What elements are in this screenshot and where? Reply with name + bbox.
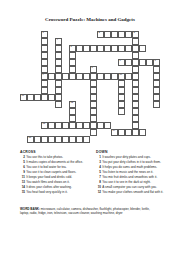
cell-number: 8 [92,67,93,69]
crossword-cell[interactable]: 9 [41,73,48,80]
down-clue-list: 1It washes your dirty plates and cups.3Y… [96,156,168,194]
crossword-cell[interactable] [97,122,104,129]
crossword-cell[interactable] [48,136,55,143]
crossword-cell[interactable]: 1 [41,31,48,38]
crossword-cell[interactable] [118,80,125,87]
cell-number: 7 [155,60,156,62]
crossword-cell[interactable]: 2 [97,31,104,38]
crossword-cell[interactable] [104,122,111,129]
crossword-cell[interactable] [125,31,132,38]
crossword-cell[interactable]: 12 [69,101,76,108]
clue-text: You watch films and shows on it. [26,181,90,185]
crossword-cell[interactable] [111,45,118,52]
crossword-cell[interactable] [55,94,62,101]
crossword-cell[interactable] [83,122,90,129]
crossword-cell[interactable] [125,73,132,80]
crossword-cell[interactable] [90,115,97,122]
cell-number: 12 [71,102,74,104]
crossword-cell[interactable] [69,59,76,66]
worksheet-page: Crossword Puzzle: Machines and Gadgets 1… [0,0,180,256]
crossword-cell[interactable]: 10 [118,73,125,80]
crossword-cell[interactable] [55,52,62,59]
crossword-cell[interactable] [111,73,118,80]
crossword-cell[interactable] [125,45,132,52]
crossword-cell[interactable] [69,108,76,115]
crossword-cell[interactable] [55,87,62,94]
crossword-cell[interactable] [90,80,97,87]
clue-item: 15You heat food very quickly in it. [20,191,90,195]
across-clues-section: ACROSS 2You use this to take photos.5It … [20,150,90,196]
crossword-cell[interactable] [132,80,139,87]
crossword-cell[interactable] [34,136,41,143]
cell-number: 5 [71,46,72,48]
crossword-cell[interactable] [90,45,97,52]
crossword-cell[interactable] [69,122,76,129]
crossword-cell[interactable] [69,136,76,143]
crossword-cell[interactable] [41,66,48,73]
crossword-cell[interactable] [55,101,62,108]
crossword-cell[interactable] [104,45,111,52]
crossword-cell[interactable] [55,66,62,73]
crossword-cell[interactable] [132,108,139,115]
clue-item: 7You mix fruit drinks and smoothies with… [96,176,168,180]
crossword-cell[interactable] [97,73,104,80]
crossword-cell[interactable] [62,136,69,143]
clue-text: It dries your clothes after washing. [26,186,90,190]
crossword-cell[interactable] [104,31,111,38]
clue-item: 12You make your clothes smooth and flat … [96,191,168,195]
crossword-cell[interactable] [69,66,76,73]
crossword-cell[interactable] [41,38,48,45]
word-bank-words: microwave, calculator, camera, dishwashe… [20,207,150,215]
page-title: Crossword Puzzle: Machines and Gadgets [0,17,180,23]
crossword-cell[interactable] [132,94,139,101]
crossword-cell[interactable] [118,87,125,94]
crossword-cell[interactable] [132,129,139,136]
crossword-cell[interactable] [118,129,125,136]
clue-text: It keeps your food and drinks cold. [26,176,90,180]
crossword-cell[interactable] [90,87,97,94]
cell-number: 15 [29,137,32,139]
crossword-cell[interactable] [41,136,48,143]
crossword-cell[interactable]: 13 [41,122,48,129]
clue-item: 5You listen to music and the news on it. [96,171,168,175]
crossword-cell[interactable] [55,136,62,143]
clue-item: 10A small computer you can carry with yo… [96,186,168,190]
clue-text: You listen to music and the news on it. [102,171,168,175]
cell-number: 11 [22,95,24,97]
crossword-cell[interactable] [55,122,62,129]
crossword-cell[interactable] [132,38,139,45]
crossword-cell[interactable] [69,115,76,122]
crossword-cell[interactable]: 15 [27,136,34,143]
crossword-cell[interactable] [55,59,62,66]
crossword-cell[interactable] [132,115,139,122]
crossword-cell[interactable] [153,66,160,73]
crossword-cell[interactable] [69,52,76,59]
crossword-cell[interactable] [48,73,55,80]
crossword-cell[interactable]: 3 [132,31,139,38]
crossword-cell[interactable] [76,122,83,129]
crossword-cell[interactable] [41,80,48,87]
crossword-cell[interactable] [41,59,48,66]
across-clue-list: 2You use this to take photos.5It makes c… [20,156,90,194]
crossword-cell[interactable] [118,101,125,108]
crossword-cell[interactable] [83,73,90,80]
crossword-cell[interactable] [118,94,125,101]
crossword-cell[interactable] [97,45,104,52]
crossword-cell[interactable] [41,87,48,94]
cell-number: 1 [43,32,44,34]
crossword-cell[interactable] [139,59,146,66]
crossword-cell[interactable] [48,94,55,101]
crossword-cell[interactable] [132,101,139,108]
crossword-cell[interactable] [41,94,48,101]
crossword-cell[interactable] [90,94,97,101]
crossword-cell[interactable]: 6 [118,59,125,66]
crossword-cell[interactable] [48,122,55,129]
cell-number: 2 [99,32,100,34]
crossword-grid: 123456789101112131415 [20,31,167,143]
clue-text: You use it to see in the dark at night. [102,181,168,185]
crossword-cell[interactable] [132,122,139,129]
crossword-cell[interactable] [153,101,160,108]
crossword-cell[interactable] [90,129,97,136]
crossword-cell[interactable] [90,73,97,80]
crossword-cell[interactable] [76,73,83,80]
down-header: DOWN [96,150,168,154]
crossword-cell[interactable] [41,52,48,59]
crossword-cell[interactable] [55,45,62,52]
crossword-cell[interactable] [125,129,132,136]
down-clues-section: DOWN 1It washes your dirty plates and cu… [96,150,168,196]
crossword-cell[interactable] [27,94,34,101]
cell-number: 10 [120,74,123,76]
clue-text: You heat food very quickly in it. [26,191,90,195]
cell-number: 9 [43,74,44,76]
crossword-cell[interactable] [55,80,62,87]
cell-number: 4 [57,39,58,41]
crossword-cell[interactable]: 8 [90,66,97,73]
crossword-cell[interactable] [69,73,76,80]
crossword-cell[interactable] [104,73,111,80]
crossword-cell[interactable] [76,45,83,52]
crossword-cell[interactable] [62,73,69,80]
crossword-cell[interactable] [90,108,97,115]
clue-text: You mix fruit drinks and smoothies with … [102,176,168,180]
cell-number: 14 [113,130,116,132]
crossword-cell[interactable] [132,59,139,66]
crossword-cell[interactable] [132,73,139,80]
cell-number: 13 [43,123,46,125]
crossword-cell[interactable] [132,45,139,52]
crossword-cell[interactable] [83,45,90,52]
crossword-cell[interactable]: 14 [111,129,118,136]
crossword-cell[interactable] [139,45,146,52]
crossword-cell[interactable] [118,31,125,38]
crossword-cell[interactable] [153,73,160,80]
crossword-cell[interactable]: 11 [20,94,27,101]
cell-number: 3 [134,32,135,34]
crossword-cell[interactable]: 5 [69,45,76,52]
crossword-cell[interactable] [62,122,69,129]
crossword-cell[interactable] [153,80,160,87]
crossword-cell[interactable] [83,136,90,143]
crossword-cell[interactable] [41,45,48,52]
clue-item: 14It dries your clothes after washing. [20,186,90,190]
cell-number: 6 [120,60,121,62]
crossword-cell[interactable] [146,59,153,66]
crossword-cell[interactable] [132,66,139,73]
crossword-cell[interactable] [34,94,41,101]
crossword-cell[interactable] [76,136,83,143]
crossword-cell[interactable] [153,94,160,101]
crossword-cell[interactable] [125,59,132,66]
crossword-cell[interactable] [118,108,125,115]
clue-text: You use it to clean carpets and floors. [26,171,90,175]
crossword-cell[interactable] [55,73,62,80]
clue-item: 11It keeps your food and drinks cold. [20,176,90,180]
crossword-cell[interactable] [90,101,97,108]
crossword-cell[interactable] [132,87,139,94]
clue-text: A small computer you can carry with you. [102,186,168,190]
crossword-cell[interactable] [111,31,118,38]
crossword-cell[interactable] [118,45,125,52]
crossword-cell[interactable]: 7 [153,59,160,66]
crossword-cell[interactable] [139,129,146,136]
crossword-cell[interactable] [153,87,160,94]
word-bank: WORD BANK: microwave, calculator, camera… [20,207,154,215]
crossword-cell[interactable] [90,122,97,129]
clue-text: You make your clothes smooth and flat wi… [102,191,168,195]
crossword-cell[interactable]: 4 [55,38,62,45]
clue-item: 13You watch films and shows on it. [20,181,90,185]
clue-item: 8You use it to see in the dark at night. [96,181,168,185]
clue-item: 9You use it to clean carpets and floors. [20,171,90,175]
across-header: ACROSS [20,150,90,154]
crossword-cell[interactable] [132,52,139,59]
